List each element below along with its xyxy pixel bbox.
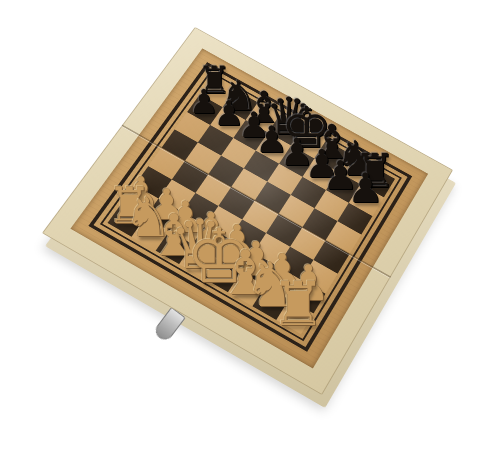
chessboard-grid	[107, 77, 395, 334]
folding-chess-board	[42, 27, 453, 395]
chess-set-photo: ♜♞♝♛♚♝♞♜♟♟♟♟♟♟♟♟♟♟♟♟♟♟♟♟♜♞♝♛♚♝♞♜	[0, 0, 500, 459]
